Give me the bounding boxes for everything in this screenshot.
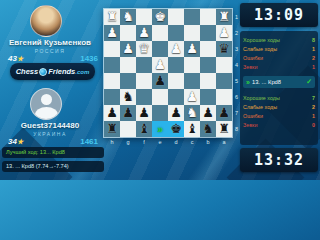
top-player-name: Евгений Кузьменков [0,38,100,47]
stat-label: Слабые ходы [243,104,277,110]
stat-value: 0 [312,122,315,128]
square-e7[interactable] [152,105,168,121]
black-bishop-c8: ♝ [186,121,198,137]
stat-label: Слабые ходы [243,46,277,52]
white-pawn-f2: ♟ [138,25,150,41]
stat-value: 8 [312,37,315,43]
star-icon: ★ [17,138,23,145]
square-b7[interactable]: ♟ [200,105,216,121]
logo-text-com: .com [75,69,89,75]
square-g2[interactable] [120,25,136,41]
square-f4[interactable] [136,57,152,73]
stat-value: 2 [312,55,315,61]
played-move-eval: 13. ... Крd8 (7.74→-7.74) [2,161,104,172]
white-pawn-h2: ♟ [106,25,118,41]
square-h3[interactable] [104,41,120,57]
board-grid: ♜♞♚♜♟♟♟♟♛♟♟♛♟♟♞♟♟♟♟♟♞♟♟♜♝»♚♝♞♜ [103,8,233,138]
square-g3[interactable]: ♟ [120,41,136,57]
square-a3[interactable]: ♛ [216,41,232,57]
logo-text-chess: Chess [16,67,39,76]
square-h2[interactable]: ♟ [104,25,120,41]
square-d6[interactable] [168,89,184,105]
file-label-h: h [104,138,120,146]
square-e4[interactable]: ♟ [152,57,168,73]
white-pawn-a2: ♟ [218,25,230,41]
file-label-c: c [184,138,200,146]
square-g6[interactable]: ♞ [120,89,136,105]
square-a4[interactable] [216,57,232,73]
square-a6[interactable] [216,89,232,105]
best-move-arrow-icon: » [246,79,250,86]
square-f1[interactable] [136,9,152,25]
top-player-clock: 13:09 [240,3,318,27]
top-player-rating: 1436 [80,54,98,63]
top-player-level: 43★ [8,54,23,63]
square-g8[interactable] [120,121,136,137]
file-label-e: e [152,138,168,146]
bottom-stats-row-3: Зевки0 [243,120,315,129]
white-pawn-c6: ♟ [186,89,198,105]
stat-value: 1 [312,46,315,52]
bottom-player-rating: 1461 [80,137,98,146]
square-f6[interactable] [136,89,152,105]
square-a1[interactable]: ♜ [216,9,232,25]
stat-value: 1 [312,113,315,119]
current-move-row[interactable]: » 13. ... Крd8 ✓ [243,76,315,88]
square-f2[interactable]: ♟ [136,25,152,41]
square-g5[interactable] [120,73,136,89]
square-b3[interactable] [200,41,216,57]
square-d5[interactable] [168,73,184,89]
black-pawn-e5: ♟ [154,73,166,89]
square-b5[interactable] [200,73,216,89]
white-pawn-g3: ♟ [122,41,134,57]
analysis-stats-panel: Хорошие ходы8Слабые ходы1Ошибки2Зевки1 »… [240,31,318,145]
white-queen-f3: ♛ [138,41,150,57]
top-player-move-stats: Хорошие ходы8Слабые ходы1Ошибки2Зевки1 [243,35,315,71]
square-a5[interactable] [216,73,232,89]
square-e6[interactable] [152,89,168,105]
avatar-top-player [30,5,62,37]
white-rook-a1: ♜ [218,9,230,25]
square-f5[interactable] [136,73,152,89]
square-c7[interactable]: ♞ [184,105,200,121]
square-c4[interactable] [184,57,200,73]
black-bishop-f8: ♝ [138,121,150,137]
bottom-player-level: 34★ [8,137,23,146]
square-h7[interactable]: ♟ [104,105,120,121]
square-d4[interactable] [168,57,184,73]
square-b4[interactable] [200,57,216,73]
black-rook-a8: ♜ [218,121,230,137]
silhouette-head [41,94,52,105]
square-h1[interactable]: ♜ [104,9,120,25]
stat-value: 2 [312,104,315,110]
square-h8[interactable]: ♜ [104,121,120,137]
square-e2[interactable] [152,25,168,41]
stat-label: Хорошие ходы [243,37,280,43]
black-pawn-a7: ♟ [218,105,230,121]
stat-label: Хорошие ходы [243,95,280,101]
best-move-marker-icon: » [152,121,168,137]
file-coordinates: hgfedcba [103,138,234,146]
file-label-a: a [216,138,232,146]
star-icon: ★ [17,55,23,62]
chess-board: ♜♞♚♜♟♟♟♟♛♟♟♛♟♟♞♟♟♟♟♟♞♟♟♜♝»♚♝♞♜ hgfedcba … [103,8,233,138]
top-stats-row-0: Хорошие ходы8 [243,35,315,44]
globe-icon [39,68,47,76]
square-e5[interactable]: ♟ [152,73,168,89]
square-d2[interactable] [168,25,184,41]
current-move-text: 13. ... Крd8 [252,79,281,85]
rank-coordinates: 12345678 [233,8,240,139]
rank-label-8: 8 [233,121,240,137]
square-h5[interactable] [104,73,120,89]
square-f3[interactable]: ♛ [136,41,152,57]
square-b2[interactable] [200,25,216,41]
good-move-check-icon: ✓ [306,78,312,86]
square-g1[interactable]: ♞ [120,9,136,25]
square-d8[interactable]: ♚ [168,121,184,137]
stat-label: Ошибки [243,55,263,61]
bottom-stats-row-1: Слабые ходы2 [243,102,315,111]
square-c3[interactable]: ♟ [184,41,200,57]
logo-text-friends: Friends [48,67,75,76]
rank-label-7: 7 [233,105,240,121]
white-pawn-c3: ♟ [186,41,198,57]
file-label-g: g [120,138,136,146]
square-e3[interactable] [152,41,168,57]
rank-label-1: 1 [233,9,240,25]
white-pawn-e4: ♟ [154,57,166,73]
square-d7[interactable]: ♟ [168,105,184,121]
chessfriends-logo: ChessFriends.com [10,63,95,80]
square-c2[interactable] [184,25,200,41]
bottom-stats-row-2: Ошибки1 [243,111,315,120]
stat-label: Ошибки [243,113,263,119]
white-rook-h1: ♜ [106,9,118,25]
square-e1[interactable]: ♚ [152,9,168,25]
best-move-hint: Лучший ход: 13... Крd8 [2,147,104,158]
square-b8[interactable]: ♞ [200,121,216,137]
stat-value: 7 [312,95,315,101]
square-g7[interactable]: ♟ [120,105,136,121]
square-a7[interactable]: ♟ [216,105,232,121]
black-pawn-h7: ♟ [106,105,118,121]
black-rook-h8: ♜ [106,121,118,137]
square-c6[interactable]: ♟ [184,89,200,105]
rank-label-2: 2 [233,25,240,41]
black-pawn-g7: ♟ [122,105,134,121]
file-label-f: f [136,138,152,146]
black-pawn-d7: ♟ [170,105,182,121]
black-knight-b8: ♞ [202,121,214,137]
bottom-player-move-stats: Хорошие ходы7Слабые ходы2Ошибки1Зевки0 [243,93,315,129]
black-pawn-f7: ♟ [138,105,150,121]
square-c5[interactable] [184,73,200,89]
stat-label: Зевки [243,64,258,70]
file-label-d: d [168,138,184,146]
black-queen-a3: ♛ [218,41,230,57]
rank-label-3: 3 [233,41,240,57]
white-king-e1: ♚ [154,9,166,25]
silhouette-torso [35,107,58,120]
white-knight-c7: ♞ [186,105,198,121]
top-stats-row-3: Зевки1 [243,62,315,71]
square-a8[interactable]: ♜ [216,121,232,137]
rank-label-4: 4 [233,57,240,73]
top-stats-row-2: Ошибки2 [243,53,315,62]
square-h4[interactable] [104,57,120,73]
bottom-stats-row-0: Хорошие ходы7 [243,93,315,102]
bottom-player-name: Guest37144480 [0,121,100,130]
black-king-d8: ♚ [170,121,182,137]
stat-label: Зевки [243,122,258,128]
square-f7[interactable]: ♟ [136,105,152,121]
square-a2[interactable]: ♟ [216,25,232,41]
bottom-player-clock: 13:32 [240,148,318,172]
avatar-bottom-player [30,88,62,120]
rank-label-5: 5 [233,73,240,89]
square-d1[interactable] [168,9,184,25]
square-d3[interactable]: ♟ [168,41,184,57]
top-stats-row-1: Слабые ходы1 [243,44,315,53]
square-b1[interactable] [200,9,216,25]
square-c8[interactable]: ♝ [184,121,200,137]
white-knight-g1: ♞ [122,9,134,25]
square-f8[interactable]: ♝ [136,121,152,137]
black-pawn-b7: ♟ [202,105,214,121]
file-label-b: b [200,138,216,146]
rank-label-6: 6 [233,89,240,105]
square-e8[interactable]: » [152,121,168,137]
black-knight-g6: ♞ [122,89,134,105]
white-pawn-d3: ♟ [170,41,182,57]
square-c1[interactable] [184,9,200,25]
stat-value: 1 [312,64,315,70]
square-b6[interactable] [200,89,216,105]
square-g4[interactable] [120,57,136,73]
square-h6[interactable] [104,89,120,105]
